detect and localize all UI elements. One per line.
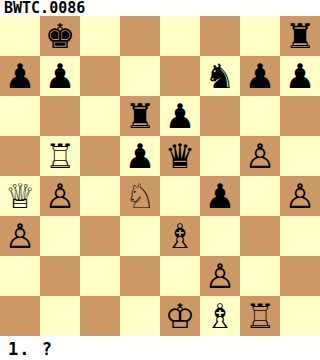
square-g6[interactable] [240,96,280,136]
black-pawn-piece: ♟ [240,56,280,96]
black-pawn-piece: ♟ [40,56,80,96]
white-king-piece: ♔ [160,296,200,336]
square-a1[interactable] [0,296,40,336]
square-c3[interactable] [80,216,120,256]
square-b6[interactable] [40,96,80,136]
square-h5[interactable] [280,136,320,176]
black-king-piece: ♚ [40,16,80,56]
square-e4[interactable] [160,176,200,216]
square-a4[interactable]: ♕ [0,176,40,216]
black-rook-piece: ♜ [120,96,160,136]
square-d2[interactable] [120,256,160,296]
square-d6[interactable]: ♜ [120,96,160,136]
square-g1[interactable]: ♖ [240,296,280,336]
square-h3[interactable] [280,216,320,256]
square-c2[interactable] [80,256,120,296]
square-d7[interactable] [120,56,160,96]
square-a8[interactable] [0,16,40,56]
chess-board: ♚♜♟♟♞♟♟♜♟♖♟♛♙♕♙♘♟♙♙♗♙♔♗♖ [0,16,320,336]
square-e7[interactable] [160,56,200,96]
square-a7[interactable]: ♟ [0,56,40,96]
square-f3[interactable] [200,216,240,256]
square-g4[interactable] [240,176,280,216]
black-pawn-piece: ♟ [200,176,240,216]
chess-puzzle-page: BWTC.0086 ♚♜♟♟♞♟♟♜♟♖♟♛♙♕♙♘♟♙♙♗♙♔♗♖ 1. ? [0,0,320,360]
puzzle-id-label: BWTC.0086 [4,0,85,16]
square-f2[interactable]: ♙ [200,256,240,296]
square-e3[interactable]: ♗ [160,216,200,256]
square-e1[interactable]: ♔ [160,296,200,336]
white-pawn-piece: ♙ [240,136,280,176]
white-rook-piece: ♖ [40,136,80,176]
square-g7[interactable]: ♟ [240,56,280,96]
square-c6[interactable] [80,96,120,136]
square-h4[interactable]: ♙ [280,176,320,216]
black-pawn-piece: ♟ [280,56,320,96]
square-d4[interactable]: ♘ [120,176,160,216]
square-g5[interactable]: ♙ [240,136,280,176]
square-a5[interactable] [0,136,40,176]
square-d1[interactable] [120,296,160,336]
square-b7[interactable]: ♟ [40,56,80,96]
square-f8[interactable] [200,16,240,56]
black-pawn-piece: ♟ [120,136,160,176]
square-f4[interactable]: ♟ [200,176,240,216]
white-pawn-piece: ♙ [40,176,80,216]
square-f5[interactable] [200,136,240,176]
square-a6[interactable] [0,96,40,136]
square-b1[interactable] [40,296,80,336]
square-g8[interactable] [240,16,280,56]
square-h2[interactable] [280,256,320,296]
square-d3[interactable] [120,216,160,256]
square-a2[interactable] [0,256,40,296]
black-pawn-piece: ♟ [0,56,40,96]
square-b2[interactable] [40,256,80,296]
black-queen-piece: ♛ [160,136,200,176]
square-d8[interactable] [120,16,160,56]
square-b3[interactable] [40,216,80,256]
square-e6[interactable]: ♟ [160,96,200,136]
white-pawn-piece: ♙ [0,216,40,256]
square-b4[interactable]: ♙ [40,176,80,216]
move-prompt: 1. ? [8,339,53,359]
square-c1[interactable] [80,296,120,336]
square-h7[interactable]: ♟ [280,56,320,96]
square-c7[interactable] [80,56,120,96]
white-pawn-piece: ♙ [200,256,240,296]
square-a3[interactable]: ♙ [0,216,40,256]
white-bishop-piece: ♗ [200,296,240,336]
square-g2[interactable] [240,256,280,296]
square-d5[interactable]: ♟ [120,136,160,176]
square-h1[interactable] [280,296,320,336]
square-f7[interactable]: ♞ [200,56,240,96]
square-b8[interactable]: ♚ [40,16,80,56]
white-bishop-piece: ♗ [160,216,200,256]
square-f1[interactable]: ♗ [200,296,240,336]
white-knight-piece: ♘ [120,176,160,216]
white-queen-piece: ♕ [0,176,40,216]
square-g3[interactable] [240,216,280,256]
black-knight-piece: ♞ [200,56,240,96]
square-e8[interactable] [160,16,200,56]
square-c8[interactable] [80,16,120,56]
white-pawn-piece: ♙ [280,176,320,216]
square-c5[interactable] [80,136,120,176]
black-rook-piece: ♜ [280,16,320,56]
square-h8[interactable]: ♜ [280,16,320,56]
square-b5[interactable]: ♖ [40,136,80,176]
square-h6[interactable] [280,96,320,136]
square-e5[interactable]: ♛ [160,136,200,176]
black-pawn-piece: ♟ [160,96,200,136]
square-f6[interactable] [200,96,240,136]
white-rook-piece: ♖ [240,296,280,336]
square-e2[interactable] [160,256,200,296]
square-c4[interactable] [80,176,120,216]
